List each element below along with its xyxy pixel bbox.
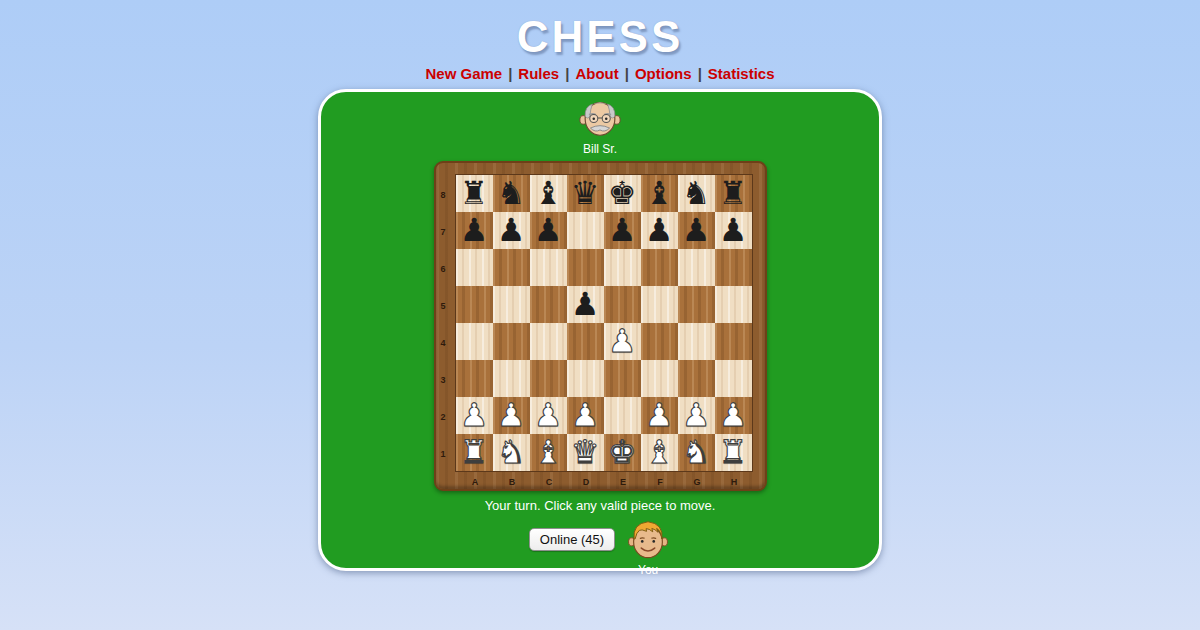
square-d8[interactable]: ♛ <box>567 175 604 212</box>
nav-separator: | <box>698 65 702 82</box>
square-f1[interactable]: ♝ <box>641 434 678 471</box>
square-a5[interactable] <box>456 286 493 323</box>
black-queen[interactable]: ♛ <box>567 175 604 212</box>
square-b6[interactable] <box>493 249 530 286</box>
square-b7[interactable]: ♟ <box>493 212 530 249</box>
black-pawn[interactable]: ♟ <box>530 212 567 249</box>
nav-separator: | <box>508 65 512 82</box>
square-f4[interactable] <box>641 323 678 360</box>
opponent-avatar <box>577 95 623 141</box>
square-g8[interactable]: ♞ <box>678 175 715 212</box>
black-pawn[interactable]: ♟ <box>641 212 678 249</box>
square-h7[interactable]: ♟ <box>715 212 752 249</box>
square-g4[interactable] <box>678 323 715 360</box>
square-e1[interactable]: ♚ <box>604 434 641 471</box>
square-g6[interactable] <box>678 249 715 286</box>
nav-link-rules[interactable]: Rules <box>518 65 559 82</box>
rank-label-8: 8 <box>441 176 446 213</box>
square-a2[interactable]: ♟ <box>456 397 493 434</box>
black-pawn[interactable]: ♟ <box>678 212 715 249</box>
square-a7[interactable]: ♟ <box>456 212 493 249</box>
white-pawn[interactable]: ♟ <box>456 397 493 434</box>
game-panel: Bill Sr. 87654321 ABCDEFGH ♜♞♝♛♚♝♞♜♟♟♟♟♟… <box>318 89 882 571</box>
player-avatar <box>625 516 671 562</box>
white-bishop[interactable]: ♝ <box>641 434 678 471</box>
board-grid: ♜♞♝♛♚♝♞♜♟♟♟♟♟♟♟♟♟♟♟♟♟♟♟♟♜♞♝♛♚♝♞♜ <box>455 174 753 472</box>
square-h2[interactable]: ♟ <box>715 397 752 434</box>
square-a3[interactable] <box>456 360 493 397</box>
nav-link-options[interactable]: Options <box>635 65 692 82</box>
square-e7[interactable]: ♟ <box>604 212 641 249</box>
file-label-h: H <box>716 477 753 487</box>
square-h1[interactable]: ♜ <box>715 434 752 471</box>
square-a4[interactable] <box>456 323 493 360</box>
nav-separator: | <box>565 65 569 82</box>
square-e8[interactable]: ♚ <box>604 175 641 212</box>
white-bishop[interactable]: ♝ <box>530 434 567 471</box>
black-pawn[interactable]: ♟ <box>456 212 493 249</box>
black-rook[interactable]: ♜ <box>715 175 752 212</box>
white-king[interactable]: ♚ <box>604 434 641 471</box>
square-c8[interactable]: ♝ <box>530 175 567 212</box>
white-pawn[interactable]: ♟ <box>715 397 752 434</box>
square-g7[interactable]: ♟ <box>678 212 715 249</box>
square-a8[interactable]: ♜ <box>456 175 493 212</box>
square-d5[interactable]: ♟ <box>567 286 604 323</box>
file-labels: ABCDEFGH <box>457 477 753 487</box>
black-pawn[interactable]: ♟ <box>567 286 604 323</box>
black-bishop[interactable]: ♝ <box>530 175 567 212</box>
square-b4[interactable] <box>493 323 530 360</box>
square-h8[interactable]: ♜ <box>715 175 752 212</box>
file-label-e: E <box>605 477 642 487</box>
square-f6[interactable] <box>641 249 678 286</box>
black-pawn[interactable]: ♟ <box>604 212 641 249</box>
square-a1[interactable]: ♜ <box>456 434 493 471</box>
square-d7[interactable] <box>567 212 604 249</box>
black-bishop[interactable]: ♝ <box>641 175 678 212</box>
white-pawn[interactable]: ♟ <box>530 397 567 434</box>
square-d1[interactable]: ♛ <box>567 434 604 471</box>
chess-board: 87654321 ABCDEFGH ♜♞♝♛♚♝♞♜♟♟♟♟♟♟♟♟♟♟♟♟♟♟… <box>434 161 767 491</box>
file-label-a: A <box>457 477 494 487</box>
white-pawn[interactable]: ♟ <box>678 397 715 434</box>
white-pawn[interactable]: ♟ <box>604 323 641 360</box>
square-g1[interactable]: ♞ <box>678 434 715 471</box>
white-pawn[interactable]: ♟ <box>493 397 530 434</box>
square-b2[interactable]: ♟ <box>493 397 530 434</box>
square-e6[interactable] <box>604 249 641 286</box>
square-d2[interactable]: ♟ <box>567 397 604 434</box>
square-b3[interactable] <box>493 360 530 397</box>
rank-label-4: 4 <box>441 324 446 361</box>
rank-labels: 87654321 <box>441 176 446 472</box>
square-f8[interactable]: ♝ <box>641 175 678 212</box>
square-f2[interactable]: ♟ <box>641 397 678 434</box>
square-b1[interactable]: ♞ <box>493 434 530 471</box>
square-d4[interactable] <box>567 323 604 360</box>
white-rook[interactable]: ♜ <box>715 434 752 471</box>
square-e5[interactable] <box>604 286 641 323</box>
bottom-row: Online (45) You <box>529 516 671 577</box>
rank-label-5: 5 <box>441 287 446 324</box>
square-c5[interactable] <box>530 286 567 323</box>
white-pawn[interactable]: ♟ <box>641 397 678 434</box>
square-a6[interactable] <box>456 249 493 286</box>
white-knight[interactable]: ♞ <box>678 434 715 471</box>
square-h3[interactable] <box>715 360 752 397</box>
square-h5[interactable] <box>715 286 752 323</box>
black-knight[interactable]: ♞ <box>493 175 530 212</box>
square-c6[interactable] <box>530 249 567 286</box>
square-h6[interactable] <box>715 249 752 286</box>
rank-label-6: 6 <box>441 250 446 287</box>
nav-separator: | <box>625 65 629 82</box>
file-label-g: G <box>679 477 716 487</box>
nav-link-about[interactable]: About <box>575 65 618 82</box>
player-block: You <box>625 516 671 577</box>
online-button[interactable]: Online (45) <box>529 528 615 551</box>
square-d3[interactable] <box>567 360 604 397</box>
player-name: You <box>638 563 658 577</box>
opponent-name: Bill Sr. <box>583 142 617 156</box>
black-king[interactable]: ♚ <box>604 175 641 212</box>
white-knight[interactable]: ♞ <box>493 434 530 471</box>
square-c7[interactable]: ♟ <box>530 212 567 249</box>
square-c2[interactable]: ♟ <box>530 397 567 434</box>
page-title: CHESS <box>0 12 1200 62</box>
main-nav: New Game|Rules|About|Options|Statistics <box>0 65 1200 82</box>
opponent-block: Bill Sr. <box>577 95 623 156</box>
white-pawn[interactable]: ♟ <box>567 397 604 434</box>
header: CHESS New Game|Rules|About|Options|Stati… <box>0 0 1200 82</box>
rank-label-3: 3 <box>441 361 446 398</box>
square-c1[interactable]: ♝ <box>530 434 567 471</box>
square-d6[interactable] <box>567 249 604 286</box>
black-knight[interactable]: ♞ <box>678 175 715 212</box>
rank-label-1: 1 <box>441 435 446 472</box>
square-e2[interactable] <box>604 397 641 434</box>
rank-label-2: 2 <box>441 398 446 435</box>
square-g2[interactable]: ♟ <box>678 397 715 434</box>
nav-link-statistics[interactable]: Statistics <box>708 65 775 82</box>
square-c4[interactable] <box>530 323 567 360</box>
rank-label-7: 7 <box>441 213 446 250</box>
square-f7[interactable]: ♟ <box>641 212 678 249</box>
status-message: Your turn. Click any valid piece to move… <box>485 498 716 513</box>
square-h4[interactable] <box>715 323 752 360</box>
square-e4[interactable]: ♟ <box>604 323 641 360</box>
nav-link-new-game[interactable]: New Game <box>425 65 502 82</box>
black-rook[interactable]: ♜ <box>456 175 493 212</box>
black-pawn[interactable]: ♟ <box>493 212 530 249</box>
square-b8[interactable]: ♞ <box>493 175 530 212</box>
file-label-f: F <box>642 477 679 487</box>
square-f5[interactable] <box>641 286 678 323</box>
file-label-d: D <box>568 477 605 487</box>
square-b5[interactable] <box>493 286 530 323</box>
square-f3[interactable] <box>641 360 678 397</box>
file-label-b: B <box>494 477 531 487</box>
white-rook[interactable]: ♜ <box>456 434 493 471</box>
black-pawn[interactable]: ♟ <box>715 212 752 249</box>
white-queen[interactable]: ♛ <box>567 434 604 471</box>
file-label-c: C <box>531 477 568 487</box>
square-g5[interactable] <box>678 286 715 323</box>
square-e3[interactable] <box>604 360 641 397</box>
square-c3[interactable] <box>530 360 567 397</box>
square-g3[interactable] <box>678 360 715 397</box>
